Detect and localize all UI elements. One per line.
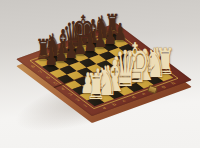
- rank-label-6: 6: [45, 75, 51, 79]
- rank-label-3: 3: [67, 92, 73, 96]
- rank-label-5: 5: [52, 81, 58, 85]
- rank-label-7: 7: [37, 70, 43, 74]
- piece-black-pawn-a7[interactable]: ♟: [44, 46, 57, 70]
- piece-white-rook-a1[interactable]: ♜: [86, 68, 106, 104]
- rank-label-4: 4: [59, 87, 65, 91]
- chess-set-photo: abcdefgh 87654321 ♜♞♟♝♟♚♟♛♟♝♟♞♟♜♟♟♟♟♜♟♞♟…: [0, 0, 200, 148]
